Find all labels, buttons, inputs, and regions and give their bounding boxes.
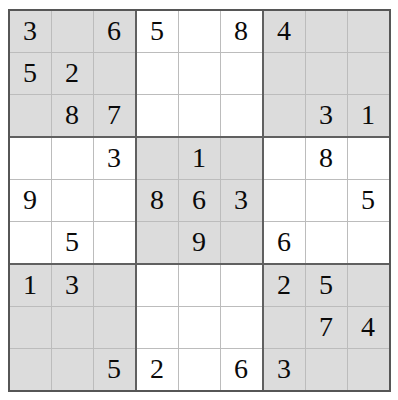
cell-r8c5[interactable] — [179, 307, 220, 348]
cell-r7c7[interactable]: 2 — [264, 265, 305, 306]
cell-r4c4[interactable] — [137, 138, 178, 179]
box-6: 135 — [10, 265, 135, 390]
cell-r6c9[interactable] — [348, 222, 389, 263]
cell-r6c6[interactable] — [221, 222, 262, 263]
cell-r2c1[interactable]: 5 — [10, 53, 51, 94]
cell-r9c3[interactable]: 5 — [94, 349, 135, 390]
cell-r5c7[interactable] — [264, 180, 305, 221]
cell-r8c3[interactable] — [94, 307, 135, 348]
cell-r1c2[interactable] — [52, 11, 93, 52]
cell-r5c4[interactable]: 8 — [137, 180, 178, 221]
cell-r8c6[interactable] — [221, 307, 262, 348]
cell-r5c6[interactable]: 3 — [221, 180, 262, 221]
cell-r1c1[interactable]: 3 — [10, 11, 51, 52]
cell-r4c8[interactable]: 8 — [306, 138, 347, 179]
cell-r1c9[interactable] — [348, 11, 389, 52]
cell-r3c5[interactable] — [179, 95, 220, 136]
cell-r6c3[interactable] — [94, 222, 135, 263]
box-0: 365287 — [10, 11, 135, 136]
cell-r2c5[interactable] — [179, 53, 220, 94]
cell-r8c8[interactable]: 7 — [306, 307, 347, 348]
box-4: 18639 — [137, 138, 262, 263]
cell-r9c5[interactable] — [179, 349, 220, 390]
cell-r3c9[interactable]: 1 — [348, 95, 389, 136]
cell-r8c7[interactable] — [264, 307, 305, 348]
cell-r2c2[interactable]: 2 — [52, 53, 93, 94]
cell-r7c9[interactable] — [348, 265, 389, 306]
cell-r4c7[interactable] — [264, 138, 305, 179]
box-8: 25743 — [264, 265, 389, 390]
cell-r8c9[interactable]: 4 — [348, 307, 389, 348]
cell-r3c8[interactable]: 3 — [306, 95, 347, 136]
cell-r7c5[interactable] — [179, 265, 220, 306]
cell-r9c1[interactable] — [10, 349, 51, 390]
cell-r3c3[interactable]: 7 — [94, 95, 135, 136]
cell-r1c4[interactable]: 5 — [137, 11, 178, 52]
cell-r8c4[interactable] — [137, 307, 178, 348]
cell-r4c9[interactable] — [348, 138, 389, 179]
cell-r1c7[interactable]: 4 — [264, 11, 305, 52]
cell-r9c4[interactable]: 2 — [137, 349, 178, 390]
sudoku-page: 36528758431395186398561352625743 — [0, 0, 398, 400]
cell-r2c4[interactable] — [137, 53, 178, 94]
cell-r2c7[interactable] — [264, 53, 305, 94]
cell-r5c8[interactable] — [306, 180, 347, 221]
cell-r3c1[interactable] — [10, 95, 51, 136]
cell-r4c1[interactable] — [10, 138, 51, 179]
cell-r1c3[interactable]: 6 — [94, 11, 135, 52]
cell-r2c8[interactable] — [306, 53, 347, 94]
box-3: 395 — [10, 138, 135, 263]
cell-r6c2[interactable]: 5 — [52, 222, 93, 263]
cell-r3c7[interactable] — [264, 95, 305, 136]
cell-r5c2[interactable] — [52, 180, 93, 221]
cell-r9c8[interactable] — [306, 349, 347, 390]
box-2: 431 — [264, 11, 389, 136]
sudoku-board: 36528758431395186398561352625743 — [8, 9, 391, 392]
cell-r5c1[interactable]: 9 — [10, 180, 51, 221]
cell-r2c9[interactable] — [348, 53, 389, 94]
cell-r7c1[interactable]: 1 — [10, 265, 51, 306]
cell-r4c3[interactable]: 3 — [94, 138, 135, 179]
cell-r1c5[interactable] — [179, 11, 220, 52]
cell-r1c8[interactable] — [306, 11, 347, 52]
cell-r1c6[interactable]: 8 — [221, 11, 262, 52]
cell-r6c4[interactable] — [137, 222, 178, 263]
cell-r7c8[interactable]: 5 — [306, 265, 347, 306]
cell-r7c6[interactable] — [221, 265, 262, 306]
box-7: 26 — [137, 265, 262, 390]
cell-r2c3[interactable] — [94, 53, 135, 94]
cell-r6c7[interactable]: 6 — [264, 222, 305, 263]
cell-r4c6[interactable] — [221, 138, 262, 179]
cell-r5c9[interactable]: 5 — [348, 180, 389, 221]
cell-r4c5[interactable]: 1 — [179, 138, 220, 179]
cell-r9c2[interactable] — [52, 349, 93, 390]
cell-r6c1[interactable] — [10, 222, 51, 263]
cell-r6c5[interactable]: 9 — [179, 222, 220, 263]
box-1: 58 — [137, 11, 262, 136]
cell-r3c2[interactable]: 8 — [52, 95, 93, 136]
cell-r9c9[interactable] — [348, 349, 389, 390]
cell-r3c4[interactable] — [137, 95, 178, 136]
cell-r7c4[interactable] — [137, 265, 178, 306]
cell-r8c1[interactable] — [10, 307, 51, 348]
cell-r4c2[interactable] — [52, 138, 93, 179]
cell-r7c2[interactable]: 3 — [52, 265, 93, 306]
cell-r5c5[interactable]: 6 — [179, 180, 220, 221]
cell-r9c6[interactable]: 6 — [221, 349, 262, 390]
box-5: 856 — [264, 138, 389, 263]
cell-r9c7[interactable]: 3 — [264, 349, 305, 390]
cell-r2c6[interactable] — [221, 53, 262, 94]
cell-r8c2[interactable] — [52, 307, 93, 348]
cell-r3c6[interactable] — [221, 95, 262, 136]
cell-r5c3[interactable] — [94, 180, 135, 221]
cell-r6c8[interactable] — [306, 222, 347, 263]
cell-r7c3[interactable] — [94, 265, 135, 306]
